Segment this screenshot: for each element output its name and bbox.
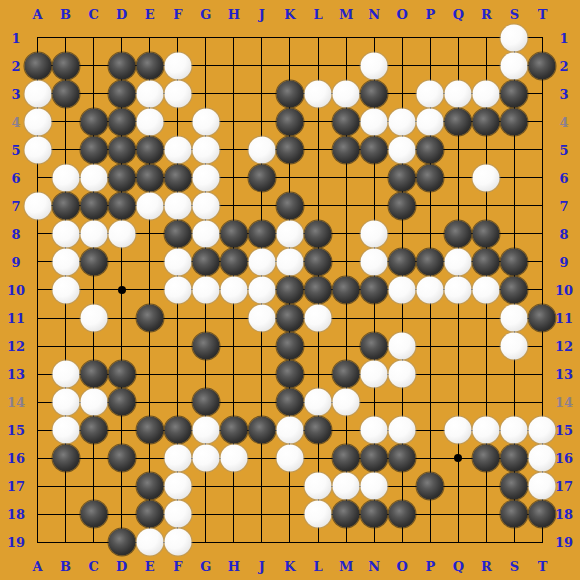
column-label-top: M (339, 7, 353, 22)
white-stone-K9 (276, 248, 303, 275)
black-stone-F15 (164, 417, 191, 444)
white-stone-C11 (80, 305, 107, 332)
column-label-bottom: C (88, 559, 98, 574)
row-label-left: 17 (7, 479, 25, 494)
white-stone-F9 (164, 248, 191, 275)
row-label-left: 8 (11, 226, 20, 241)
black-stone-D2 (108, 52, 135, 79)
white-stone-T17 (529, 473, 556, 500)
column-label-top: B (60, 7, 71, 22)
column-label-bottom: O (397, 559, 408, 574)
white-stone-E3 (136, 80, 163, 107)
black-stone-K14 (276, 389, 303, 416)
white-stone-L18 (305, 501, 332, 528)
black-stone-D4 (108, 108, 135, 135)
row-label-left: 4 (11, 114, 20, 129)
black-stone-E6 (136, 164, 163, 191)
black-stone-K13 (276, 361, 303, 388)
row-label-left: 9 (11, 254, 20, 269)
white-stone-F2 (164, 52, 191, 79)
row-label-left: 5 (11, 142, 20, 157)
white-stone-J5 (248, 136, 275, 163)
column-label-top: G (200, 7, 211, 22)
row-label-right: 8 (559, 226, 568, 241)
white-stone-S2 (501, 52, 528, 79)
row-label-left: 1 (11, 30, 20, 45)
row-label-right: 13 (555, 367, 573, 382)
black-stone-J8 (248, 220, 275, 247)
white-stone-K8 (276, 220, 303, 247)
column-label-top: Q (453, 7, 464, 22)
white-stone-T15 (529, 417, 556, 444)
white-stone-F16 (164, 445, 191, 472)
white-stone-N15 (361, 417, 388, 444)
white-stone-E4 (136, 108, 163, 135)
white-stone-M17 (333, 473, 360, 500)
column-label-top: H (228, 7, 240, 22)
black-stone-S18 (501, 501, 528, 528)
black-stone-L8 (305, 220, 332, 247)
black-stone-E5 (136, 136, 163, 163)
white-stone-N8 (361, 220, 388, 247)
white-stone-L17 (305, 473, 332, 500)
row-label-right: 4 (559, 114, 568, 129)
black-stone-R9 (473, 248, 500, 275)
white-stone-A3 (24, 80, 51, 107)
row-label-left: 19 (7, 535, 25, 550)
white-stone-F17 (164, 473, 191, 500)
column-label-bottom: P (425, 559, 435, 574)
column-label-bottom: D (116, 559, 127, 574)
column-label-top: A (32, 7, 42, 22)
column-label-bottom: M (339, 559, 353, 574)
black-stone-P17 (417, 473, 444, 500)
black-stone-C18 (80, 501, 107, 528)
white-stone-J10 (248, 276, 275, 303)
white-stone-P3 (417, 80, 444, 107)
black-stone-E15 (136, 417, 163, 444)
white-stone-L11 (305, 305, 332, 332)
white-stone-N17 (361, 473, 388, 500)
row-label-left: 6 (11, 170, 20, 185)
column-label-top: E (145, 7, 155, 22)
column-label-bottom: G (200, 559, 211, 574)
row-label-right: 3 (559, 86, 568, 101)
white-stone-E7 (136, 192, 163, 219)
white-stone-E19 (136, 529, 163, 556)
row-label-left: 18 (7, 507, 25, 522)
white-stone-B13 (52, 361, 79, 388)
white-stone-A4 (24, 108, 51, 135)
black-stone-T18 (529, 501, 556, 528)
column-label-bottom: B (60, 559, 71, 574)
column-label-top: F (173, 7, 182, 22)
column-label-bottom: L (313, 559, 322, 574)
white-stone-C8 (80, 220, 107, 247)
white-stone-J9 (248, 248, 275, 275)
white-stone-Q15 (445, 417, 472, 444)
white-stone-G4 (192, 108, 219, 135)
black-stone-D7 (108, 192, 135, 219)
column-label-bottom: J (259, 559, 265, 574)
black-stone-D5 (108, 136, 135, 163)
black-stone-D14 (108, 389, 135, 416)
white-stone-R10 (473, 276, 500, 303)
white-stone-A5 (24, 136, 51, 163)
white-stone-Q9 (445, 248, 472, 275)
black-stone-B2 (52, 52, 79, 79)
black-stone-S16 (501, 445, 528, 472)
black-stone-L10 (305, 276, 332, 303)
black-stone-S9 (501, 248, 528, 275)
white-stone-D8 (108, 220, 135, 247)
black-stone-K4 (276, 108, 303, 135)
column-label-top: K (284, 7, 295, 22)
black-stone-Q4 (445, 108, 472, 135)
black-stone-S4 (501, 108, 528, 135)
black-stone-S3 (501, 80, 528, 107)
row-label-right: 18 (555, 507, 573, 522)
black-stone-T2 (529, 52, 556, 79)
column-label-bottom: E (145, 559, 155, 574)
black-stone-F6 (164, 164, 191, 191)
white-stone-G16 (192, 445, 219, 472)
white-stone-R15 (473, 417, 500, 444)
white-stone-G10 (192, 276, 219, 303)
white-stone-P10 (417, 276, 444, 303)
row-label-left: 14 (7, 395, 25, 410)
white-stone-B6 (52, 164, 79, 191)
white-stone-H10 (220, 276, 247, 303)
white-stone-G5 (192, 136, 219, 163)
white-stone-K15 (276, 417, 303, 444)
row-label-left: 16 (7, 451, 25, 466)
black-stone-M10 (333, 276, 360, 303)
column-label-top: L (313, 7, 322, 22)
black-stone-C5 (80, 136, 107, 163)
row-label-right: 5 (559, 142, 568, 157)
black-stone-P5 (417, 136, 444, 163)
column-label-top: J (259, 7, 265, 22)
black-stone-B7 (52, 192, 79, 219)
star-point (118, 286, 126, 294)
white-stone-Q10 (445, 276, 472, 303)
column-label-bottom: Q (453, 559, 464, 574)
row-label-left: 7 (11, 198, 20, 213)
row-label-right: 15 (555, 423, 573, 438)
row-label-right: 14 (555, 395, 573, 410)
white-stone-F5 (164, 136, 191, 163)
row-label-left: 11 (7, 311, 25, 326)
black-stone-H15 (220, 417, 247, 444)
white-stone-G15 (192, 417, 219, 444)
row-label-right: 6 (559, 170, 568, 185)
black-stone-D13 (108, 361, 135, 388)
black-stone-R8 (473, 220, 500, 247)
white-stone-S1 (501, 24, 528, 51)
black-stone-C4 (80, 108, 107, 135)
column-label-top: R (481, 7, 492, 22)
row-label-right: 11 (555, 311, 573, 326)
white-stone-N9 (361, 248, 388, 275)
white-stone-B10 (52, 276, 79, 303)
white-stone-S11 (501, 305, 528, 332)
row-label-right: 2 (559, 58, 568, 73)
white-stone-N4 (361, 108, 388, 135)
black-stone-O9 (389, 248, 416, 275)
white-stone-N13 (361, 361, 388, 388)
white-stone-F10 (164, 276, 191, 303)
white-stone-B14 (52, 389, 79, 416)
column-label-bottom: S (510, 559, 519, 574)
white-stone-O5 (389, 136, 416, 163)
black-stone-D6 (108, 164, 135, 191)
column-label-bottom: H (228, 559, 240, 574)
row-label-left: 12 (7, 339, 25, 354)
black-stone-B3 (52, 80, 79, 107)
black-stone-D19 (108, 529, 135, 556)
black-stone-J15 (248, 417, 275, 444)
black-stone-O7 (389, 192, 416, 219)
row-label-left: 2 (11, 58, 20, 73)
black-stone-T11 (529, 305, 556, 332)
white-stone-H16 (220, 445, 247, 472)
white-stone-R3 (473, 80, 500, 107)
white-stone-R6 (473, 164, 500, 191)
black-stone-N3 (361, 80, 388, 107)
black-stone-K12 (276, 333, 303, 360)
column-label-top: O (397, 7, 408, 22)
white-stone-C6 (80, 164, 107, 191)
black-stone-E17 (136, 473, 163, 500)
column-label-bottom: T (538, 559, 548, 574)
black-stone-C13 (80, 361, 107, 388)
white-stone-B8 (52, 220, 79, 247)
black-stone-C9 (80, 248, 107, 275)
row-label-right: 12 (555, 339, 573, 354)
white-stone-O10 (389, 276, 416, 303)
white-stone-L14 (305, 389, 332, 416)
white-stone-S15 (501, 417, 528, 444)
row-label-right: 17 (555, 479, 573, 494)
row-label-left: 3 (11, 86, 20, 101)
column-label-top: D (116, 7, 127, 22)
black-stone-R16 (473, 445, 500, 472)
column-label-top: N (368, 7, 380, 22)
black-stone-E2 (136, 52, 163, 79)
white-stone-N2 (361, 52, 388, 79)
column-label-bottom: K (284, 559, 295, 574)
column-label-top: T (538, 7, 548, 22)
black-stone-N10 (361, 276, 388, 303)
black-stone-S17 (501, 473, 528, 500)
white-stone-J11 (248, 305, 275, 332)
black-stone-L15 (305, 417, 332, 444)
white-stone-F3 (164, 80, 191, 107)
black-stone-N16 (361, 445, 388, 472)
black-stone-K5 (276, 136, 303, 163)
black-stone-M18 (333, 501, 360, 528)
column-label-top: C (88, 7, 98, 22)
white-stone-F7 (164, 192, 191, 219)
black-stone-O18 (389, 501, 416, 528)
column-label-bottom: A (32, 559, 42, 574)
black-stone-G12 (192, 333, 219, 360)
black-stone-D3 (108, 80, 135, 107)
white-stone-B9 (52, 248, 79, 275)
black-stone-P9 (417, 248, 444, 275)
white-stone-G8 (192, 220, 219, 247)
black-stone-A2 (24, 52, 51, 79)
black-stone-O6 (389, 164, 416, 191)
white-stone-B15 (52, 417, 79, 444)
black-stone-M5 (333, 136, 360, 163)
black-stone-G9 (192, 248, 219, 275)
white-stone-C14 (80, 389, 107, 416)
black-stone-O16 (389, 445, 416, 472)
black-stone-R4 (473, 108, 500, 135)
column-label-bottom: N (368, 559, 380, 574)
row-label-right: 7 (559, 198, 568, 213)
row-label-right: 10 (555, 282, 573, 297)
row-label-left: 10 (7, 282, 25, 297)
black-stone-C7 (80, 192, 107, 219)
black-stone-S10 (501, 276, 528, 303)
black-stone-N18 (361, 501, 388, 528)
row-label-left: 13 (7, 367, 25, 382)
white-stone-G7 (192, 192, 219, 219)
white-stone-M14 (333, 389, 360, 416)
white-stone-P4 (417, 108, 444, 135)
row-label-right: 16 (555, 451, 573, 466)
black-stone-B16 (52, 445, 79, 472)
black-stone-M16 (333, 445, 360, 472)
black-stone-H9 (220, 248, 247, 275)
white-stone-A7 (24, 192, 51, 219)
black-stone-J6 (248, 164, 275, 191)
black-stone-K3 (276, 80, 303, 107)
black-stone-M4 (333, 108, 360, 135)
black-stone-E18 (136, 501, 163, 528)
white-stone-F19 (164, 529, 191, 556)
white-stone-L3 (305, 80, 332, 107)
white-stone-G6 (192, 164, 219, 191)
black-stone-H8 (220, 220, 247, 247)
white-stone-O15 (389, 417, 416, 444)
black-stone-Q8 (445, 220, 472, 247)
black-stone-N5 (361, 136, 388, 163)
column-label-top: S (510, 7, 519, 22)
white-stone-F18 (164, 501, 191, 528)
black-stone-D16 (108, 445, 135, 472)
black-stone-M13 (333, 361, 360, 388)
black-stone-G14 (192, 389, 219, 416)
black-stone-K11 (276, 305, 303, 332)
column-label-bottom: F (173, 559, 182, 574)
white-stone-M3 (333, 80, 360, 107)
black-stone-P6 (417, 164, 444, 191)
black-stone-K10 (276, 276, 303, 303)
black-stone-F8 (164, 220, 191, 247)
go-board[interactable]: AABBCCDDEEFFGGHHJJKKLLMMNNOOPPQQRRSSTT11… (0, 0, 580, 580)
column-label-top: P (425, 7, 435, 22)
row-label-left: 15 (7, 423, 25, 438)
white-stone-T16 (529, 445, 556, 472)
white-stone-K16 (276, 445, 303, 472)
white-stone-O12 (389, 333, 416, 360)
column-label-bottom: R (481, 559, 492, 574)
star-point (454, 454, 462, 462)
black-stone-K7 (276, 192, 303, 219)
black-stone-C15 (80, 417, 107, 444)
row-label-right: 9 (559, 254, 568, 269)
black-stone-E11 (136, 305, 163, 332)
row-label-right: 1 (559, 30, 568, 45)
black-stone-L9 (305, 248, 332, 275)
white-stone-O13 (389, 361, 416, 388)
row-label-right: 19 (555, 535, 573, 550)
white-stone-S12 (501, 333, 528, 360)
black-stone-N12 (361, 333, 388, 360)
white-stone-Q3 (445, 80, 472, 107)
white-stone-O4 (389, 108, 416, 135)
